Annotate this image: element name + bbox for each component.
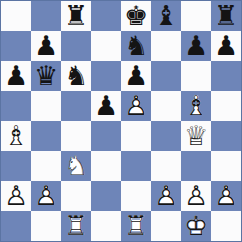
square-e6[interactable]: ♟	[121, 61, 151, 91]
black-pawn-glyph: ♟	[91, 91, 121, 121]
square-d6[interactable]	[91, 61, 121, 91]
white-rook-e1[interactable]: ♜♖	[121, 211, 151, 241]
square-b8[interactable]	[31, 1, 61, 31]
square-d3[interactable]	[91, 151, 121, 181]
black-pawn-b7[interactable]: ♟	[31, 31, 61, 61]
black-knight-c6[interactable]: ♞	[61, 61, 91, 91]
black-queen-b6[interactable]: ♛	[31, 61, 61, 91]
white-pawn-outline: ♙	[151, 181, 181, 211]
square-a2[interactable]: ♟♙	[1, 181, 31, 211]
black-pawn-glyph: ♟	[211, 31, 241, 61]
square-d4[interactable]	[91, 121, 121, 151]
white-knight-c3[interactable]: ♞♘	[61, 151, 91, 181]
square-c6[interactable]: ♞	[61, 61, 91, 91]
white-pawn-b2[interactable]: ♟♙	[31, 181, 61, 211]
square-b1[interactable]	[31, 211, 61, 241]
white-pawn-f2[interactable]: ♟♙	[151, 181, 181, 211]
square-h3[interactable]	[211, 151, 241, 181]
square-d2[interactable]	[91, 181, 121, 211]
square-h4[interactable]	[211, 121, 241, 151]
square-f2[interactable]: ♟♙	[151, 181, 181, 211]
white-bishop-g5[interactable]: ♝♗	[181, 91, 211, 121]
black-pawn-g7[interactable]: ♟	[181, 31, 211, 61]
square-c2[interactable]	[61, 181, 91, 211]
black-pawn-h7[interactable]: ♟	[211, 31, 241, 61]
square-a7[interactable]	[1, 31, 31, 61]
white-king-outline: ♔	[181, 211, 211, 241]
black-knight-glyph: ♞	[61, 61, 91, 91]
square-h2[interactable]: ♟♙	[211, 181, 241, 211]
black-pawn-d5[interactable]: ♟	[91, 91, 121, 121]
square-c8[interactable]: ♜	[61, 1, 91, 31]
square-d1[interactable]	[91, 211, 121, 241]
white-rook-c1[interactable]: ♜♖	[61, 211, 91, 241]
square-d7[interactable]	[91, 31, 121, 61]
white-pawn-e5[interactable]: ♟♙	[121, 91, 151, 121]
square-a6[interactable]: ♟	[1, 61, 31, 91]
square-b2[interactable]: ♟♙	[31, 181, 61, 211]
black-knight-glyph: ♞	[121, 31, 151, 61]
black-pawn-glyph: ♟	[1, 61, 31, 91]
square-h6[interactable]	[211, 61, 241, 91]
white-bishop-outline: ♗	[181, 91, 211, 121]
square-g6[interactable]	[181, 61, 211, 91]
black-rook-glyph: ♜	[61, 1, 91, 31]
black-rook-h8[interactable]: ♜	[211, 1, 241, 31]
black-bishop-glyph: ♝	[151, 1, 181, 31]
white-pawn-a2[interactable]: ♟♙	[1, 181, 31, 211]
white-rook-outline: ♖	[121, 211, 151, 241]
black-pawn-glyph: ♟	[31, 31, 61, 61]
square-c1[interactable]: ♜♖	[61, 211, 91, 241]
black-pawn-e6[interactable]: ♟	[121, 61, 151, 91]
white-pawn-outline: ♙	[121, 91, 151, 121]
square-a3[interactable]	[1, 151, 31, 181]
black-king-glyph: ♚	[121, 1, 151, 31]
square-c4[interactable]	[61, 121, 91, 151]
white-pawn-outline: ♙	[211, 181, 241, 211]
square-a4[interactable]: ♝♗	[1, 121, 31, 151]
white-rook-outline: ♖	[61, 211, 91, 241]
square-f3[interactable]	[151, 151, 181, 181]
square-f6[interactable]	[151, 61, 181, 91]
white-king-g1[interactable]: ♚♔	[181, 211, 211, 241]
square-d5[interactable]: ♟	[91, 91, 121, 121]
square-b6[interactable]: ♛	[31, 61, 61, 91]
black-knight-e7[interactable]: ♞	[121, 31, 151, 61]
square-h8[interactable]: ♜	[211, 1, 241, 31]
square-c5[interactable]	[61, 91, 91, 121]
square-g8[interactable]	[181, 1, 211, 31]
square-a5[interactable]	[1, 91, 31, 121]
white-pawn-h2[interactable]: ♟♙	[211, 181, 241, 211]
square-f8[interactable]: ♝	[151, 1, 181, 31]
black-rook-c8[interactable]: ♜	[61, 1, 91, 31]
square-g1[interactable]: ♚♔	[181, 211, 211, 241]
chess-board: ♜♚♝♜♟♞♟♟♟♛♞♟♟♟♙♝♗♝♗♛♕♞♘♟♙♟♙♟♙♟♙♟♙♜♖♜♖♚♔	[1, 1, 241, 241]
square-g7[interactable]: ♟	[181, 31, 211, 61]
square-e8[interactable]: ♚	[121, 1, 151, 31]
square-b5[interactable]	[31, 91, 61, 121]
white-pawn-g2[interactable]: ♟♙	[181, 181, 211, 211]
square-g2[interactable]: ♟♙	[181, 181, 211, 211]
square-a1[interactable]	[1, 211, 31, 241]
white-pawn-outline: ♙	[1, 181, 31, 211]
square-h7[interactable]: ♟	[211, 31, 241, 61]
square-b7[interactable]: ♟	[31, 31, 61, 61]
square-f4[interactable]	[151, 121, 181, 151]
white-pawn-outline: ♙	[31, 181, 61, 211]
white-pawn-outline: ♙	[181, 181, 211, 211]
square-f7[interactable]	[151, 31, 181, 61]
square-b3[interactable]	[31, 151, 61, 181]
square-f5[interactable]	[151, 91, 181, 121]
square-e7[interactable]: ♞	[121, 31, 151, 61]
square-h1[interactable]	[211, 211, 241, 241]
square-c7[interactable]	[61, 31, 91, 61]
square-e2[interactable]	[121, 181, 151, 211]
square-d8[interactable]	[91, 1, 121, 31]
square-e1[interactable]: ♜♖	[121, 211, 151, 241]
black-queen-glyph: ♛	[31, 61, 61, 91]
black-pawn-glyph: ♟	[181, 31, 211, 61]
square-a8[interactable]	[1, 1, 31, 31]
black-pawn-a6[interactable]: ♟	[1, 61, 31, 91]
black-bishop-f8[interactable]: ♝	[151, 1, 181, 31]
square-h5[interactable]	[211, 91, 241, 121]
chess-board-frame: ♜♚♝♜♟♞♟♟♟♛♞♟♟♟♙♝♗♝♗♛♕♞♘♟♙♟♙♟♙♟♙♟♙♜♖♜♖♚♔	[0, 0, 242, 242]
square-b4[interactable]	[31, 121, 61, 151]
square-g4[interactable]: ♛♕	[181, 121, 211, 151]
white-queen-outline: ♕	[181, 121, 211, 151]
white-bishop-a4[interactable]: ♝♗	[1, 121, 31, 151]
white-queen-g4[interactable]: ♛♕	[181, 121, 211, 151]
white-bishop-outline: ♗	[1, 121, 31, 151]
square-g5[interactable]: ♝♗	[181, 91, 211, 121]
square-f1[interactable]	[151, 211, 181, 241]
black-rook-glyph: ♜	[211, 1, 241, 31]
square-e3[interactable]	[121, 151, 151, 181]
white-knight-outline: ♘	[61, 151, 91, 181]
square-e4[interactable]	[121, 121, 151, 151]
square-g3[interactable]	[181, 151, 211, 181]
black-king-e8[interactable]: ♚	[121, 1, 151, 31]
square-e5[interactable]: ♟♙	[121, 91, 151, 121]
black-pawn-glyph: ♟	[121, 61, 151, 91]
square-c3[interactable]: ♞♘	[61, 151, 91, 181]
